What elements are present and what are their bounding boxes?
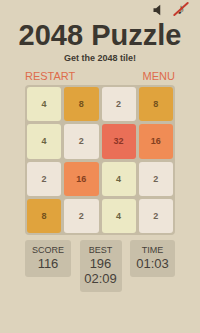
best-label: BEST [80,245,122,256]
tile-32: 32 [102,124,136,158]
restart-button[interactable]: RESTART [25,70,75,82]
board[interactable]: 4828423216216428242 [25,85,175,235]
speaker-icon[interactable] [152,4,164,16]
tile-4: 4 [102,162,136,196]
menu-row: RESTART MENU [25,70,175,82]
page-subtitle: Get the 2048 tile! [0,53,200,63]
tile-16: 16 [64,162,98,196]
mute-slash [173,2,189,17]
app-screen: ♪ 2048 Puzzle Get the 2048 tile! RESTART… [0,0,200,333]
tile-2: 2 [139,162,173,196]
tile-2: 2 [139,199,173,233]
best-score-value: 196 [80,256,122,271]
time-box: TIME 01:03 [130,240,175,277]
tile-16: 16 [139,124,173,158]
tile-2: 2 [27,162,61,196]
score-box: SCORE 116 [25,240,71,277]
best-box: BEST 196 02:09 [80,240,122,292]
score-value: 116 [25,256,71,271]
tile-2: 2 [64,199,98,233]
tile-8: 8 [27,199,61,233]
tile-2: 2 [64,124,98,158]
music-note-muted-icon[interactable]: ♪ [173,0,189,17]
tile-8: 8 [64,87,98,121]
best-time-value: 02:09 [80,271,122,286]
stats-row: SCORE 116 BEST 196 02:09 TIME 01:03 [25,240,175,292]
page-title: 2048 Puzzle [0,20,200,50]
tile-8: 8 [139,87,173,121]
time-label: TIME [130,245,175,256]
tile-4: 4 [27,124,61,158]
tile-4: 4 [102,199,136,233]
tile-4: 4 [27,87,61,121]
time-value: 01:03 [130,256,175,271]
score-label: SCORE [25,245,71,256]
menu-button[interactable]: MENU [143,70,175,82]
tile-2: 2 [102,87,136,121]
